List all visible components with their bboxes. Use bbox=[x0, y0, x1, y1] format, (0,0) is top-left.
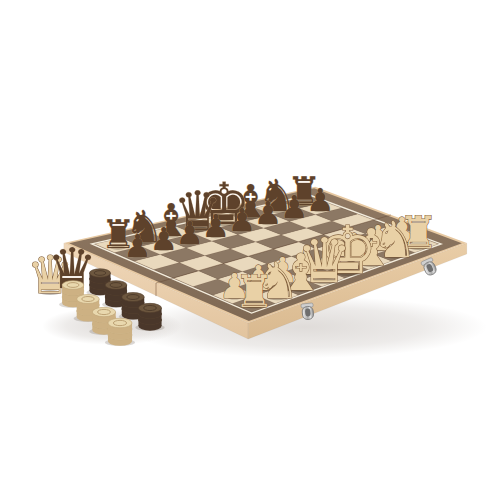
piece-dark-p-g7: ♟ bbox=[280, 189, 308, 225]
piece-dark-p-a7: ♟ bbox=[123, 228, 151, 264]
checker-stack-light-4 bbox=[105, 318, 135, 346]
chess-set-scene: ♜♞♟♝♟♚♟♛♟♝♟♞♟♟♜♜♟♟♟♞♟♝♟♚♟♛♟♝♟♟♞♜♛♛ bbox=[0, 0, 500, 500]
checker-stack-dark-4 bbox=[135, 303, 164, 331]
piece-light-r-a1: ♜ bbox=[234, 266, 274, 318]
piece-dark-p-c7: ♟ bbox=[176, 215, 204, 251]
piece-dark-p-d7: ♟ bbox=[202, 208, 230, 244]
product-photo: ♜♞♟♝♟♚♟♛♟♝♟♞♟♟♜♜♟♟♟♞♟♝♟♚♟♛♟♝♟♟♞♜♛♛ bbox=[0, 0, 500, 500]
piece-dark-p-e7: ♟ bbox=[228, 202, 256, 238]
piece-dark-p-b7: ♟ bbox=[149, 221, 177, 257]
piece-dark-p-f7: ♟ bbox=[254, 195, 282, 231]
